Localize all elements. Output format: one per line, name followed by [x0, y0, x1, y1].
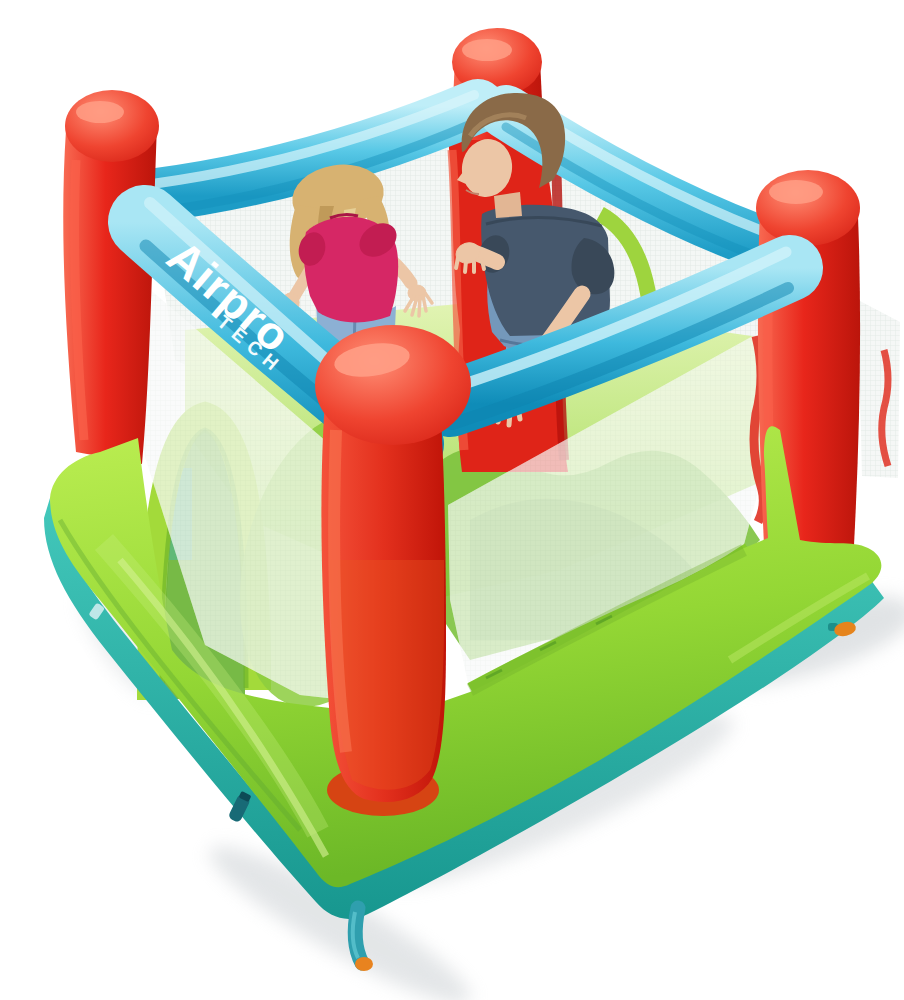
right-outer-mesh-strip [858, 300, 900, 478]
left-post [63, 90, 159, 464]
tube-orange-cap [355, 957, 373, 971]
left-post-cap [65, 90, 159, 162]
bounce-house-illustration: Airpro TECH [0, 0, 904, 1000]
boy-neck [494, 192, 522, 218]
bounce-house-product-photo: Airpro TECH [0, 0, 904, 1000]
front-post-cap [315, 325, 471, 445]
